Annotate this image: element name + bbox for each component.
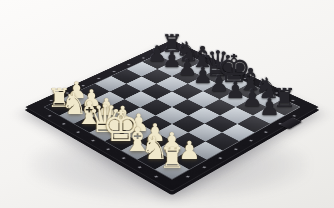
product-photo: ♜♞♝♛♚♝♞♜♟♟♟♟♟♟♟♟♟♟♟♟♟♟♟♟♜♞♝♛♚♝♞♜ <box>0 0 334 208</box>
